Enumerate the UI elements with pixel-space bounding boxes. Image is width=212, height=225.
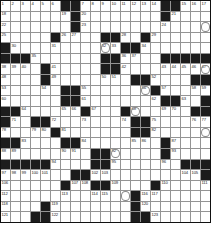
cell-r15-c7[interactable]: 90 — [61, 149, 70, 159]
cell-r3-c14[interactable] — [131, 22, 140, 32]
cell-r16-c8[interactable] — [71, 160, 80, 170]
cell-r3-c19[interactable] — [181, 22, 190, 32]
cell-r14-c3[interactable]: 83 — [21, 138, 30, 148]
cell-r20-c19[interactable] — [181, 202, 190, 212]
cell-r2-c4[interactable] — [31, 12, 40, 22]
cell-r11-c10[interactable]: 67 — [91, 107, 100, 117]
cell-r2-c20[interactable] — [191, 12, 200, 22]
cell-r21-c3[interactable] — [21, 212, 30, 222]
cell-r11-c3[interactable]: 64 — [21, 107, 30, 117]
cell-r12-c12[interactable] — [111, 117, 120, 127]
cell-r2-c2[interactable] — [11, 12, 20, 22]
cell-r2-c21[interactable] — [201, 12, 210, 22]
cell-r10-c11[interactable] — [101, 96, 110, 106]
cell-r16-c12[interactable]: 95 — [111, 160, 120, 170]
cell-r1-c13[interactable]: 11 — [121, 1, 130, 11]
cell-r6-c4[interactable]: 35 — [31, 54, 40, 64]
cell-r12-c19[interactable] — [181, 117, 190, 127]
cell-r14-c12[interactable] — [111, 138, 120, 148]
cell-r17-c6[interactable] — [51, 170, 60, 180]
cell-r3-c5[interactable] — [41, 22, 50, 32]
cell-r6-c16[interactable] — [151, 54, 160, 64]
cell-r17-c7[interactable] — [61, 170, 70, 180]
cell-r11-c7[interactable]: 65 — [61, 107, 70, 117]
cell-r5-c3[interactable] — [21, 43, 30, 53]
cell-r15-c2[interactable]: 89 — [11, 149, 20, 159]
cell-r14-c4[interactable] — [31, 138, 40, 148]
cell-r18-c19[interactable] — [181, 181, 190, 191]
cell-r10-c16[interactable]: 62 — [151, 96, 160, 106]
cell-r12-c21[interactable]: 77 — [201, 117, 210, 127]
cell-r1-c1[interactable]: 1 — [1, 1, 10, 11]
cell-r15-c5[interactable] — [41, 149, 50, 159]
cell-r13-c2[interactable] — [11, 128, 20, 138]
cell-r9-c21[interactable]: 59 — [201, 86, 210, 96]
cell-r8-c3[interactable] — [21, 75, 30, 85]
cell-r6-c6[interactable] — [51, 54, 60, 64]
cell-r13-c20[interactable] — [191, 128, 200, 138]
cell-r2-c18[interactable]: 21 — [171, 12, 180, 22]
cell-r20-c16[interactable] — [151, 202, 160, 212]
cell-r4-c10[interactable] — [91, 33, 100, 43]
cell-r7-c10[interactable] — [91, 64, 100, 74]
cell-r18-c15[interactable] — [141, 181, 150, 191]
cell-r8-c16[interactable]: 52 — [151, 75, 160, 85]
cell-r16-c16[interactable] — [151, 160, 160, 170]
cell-r7-c2[interactable]: 39 — [11, 64, 20, 74]
cell-r8-c1[interactable]: 48 — [1, 75, 10, 85]
cell-r4-c3[interactable] — [21, 33, 30, 43]
cell-r19-c2[interactable] — [11, 191, 20, 201]
cell-r9-c5[interactable]: 54 — [41, 86, 50, 96]
cell-r13-c4[interactable]: 79 — [31, 128, 40, 138]
circled-cell-r5-c11[interactable]: 32 — [101, 43, 110, 53]
cell-r15-c21[interactable] — [201, 149, 210, 159]
cell-r13-c5[interactable]: 80 — [41, 128, 50, 138]
cell-r20-c7[interactable] — [61, 202, 70, 212]
cell-r14-c18[interactable]: 87 — [171, 138, 180, 148]
cell-r17-c17[interactable] — [161, 170, 170, 180]
cell-r1-c20[interactable]: 16 — [191, 1, 200, 11]
cell-r10-c14[interactable] — [131, 96, 140, 106]
cell-r11-c5[interactable] — [41, 107, 50, 117]
cell-r14-c14[interactable]: 85 — [131, 138, 140, 148]
cell-r4-c13[interactable]: 28 — [121, 33, 130, 43]
cell-r10-c2[interactable] — [11, 96, 20, 106]
cell-r9-c13[interactable] — [121, 86, 130, 96]
cell-r15-c20[interactable] — [191, 149, 200, 159]
cell-r18-c13[interactable] — [121, 181, 130, 191]
cell-r12-c2[interactable]: 71 — [11, 117, 20, 127]
cell-r10-c6[interactable] — [51, 96, 60, 106]
cell-r1-c11[interactable]: 9 — [101, 1, 110, 11]
cell-r7-c3[interactable]: 40 — [21, 64, 30, 74]
cell-r3-c15[interactable] — [141, 22, 150, 32]
cell-r16-c15[interactable] — [141, 160, 150, 170]
cell-r3-c6[interactable] — [51, 22, 60, 32]
cell-r5-c21[interactable] — [201, 43, 210, 53]
cell-r21-c12[interactable] — [111, 212, 120, 222]
cell-r4-c2[interactable] — [11, 33, 20, 43]
cell-r12-c7[interactable] — [61, 117, 70, 127]
cell-r7-c15[interactable] — [141, 64, 150, 74]
cell-r4-c5[interactable] — [41, 33, 50, 43]
cell-r13-c17[interactable] — [161, 128, 170, 138]
cell-r9-c3[interactable] — [21, 86, 30, 96]
cell-r13-c12[interactable] — [111, 128, 120, 138]
cell-r9-c17[interactable]: 57 — [161, 86, 170, 96]
cell-r11-c18[interactable]: 70 — [171, 107, 180, 117]
cell-r2-c13[interactable] — [121, 12, 130, 22]
cell-r19-c12[interactable] — [111, 191, 120, 201]
cell-r21-c11[interactable] — [101, 212, 110, 222]
cell-r18-c20[interactable] — [191, 181, 200, 191]
cell-r5-c9[interactable] — [81, 43, 90, 53]
cell-r10-c19[interactable]: 63 — [181, 96, 190, 106]
cell-r11-c17[interactable]: 69 — [161, 107, 170, 117]
cell-r1-c9[interactable]: 7 — [81, 1, 90, 11]
cell-r8-c6[interactable]: 49 — [51, 75, 60, 85]
cell-r12-c9[interactable]: 73 — [81, 117, 90, 127]
cell-r6-c15[interactable] — [141, 54, 150, 64]
cell-r4-c14[interactable] — [131, 33, 140, 43]
cell-r16-c9[interactable] — [81, 160, 90, 170]
cell-r10-c3[interactable] — [21, 96, 30, 106]
cell-r15-c14[interactable] — [131, 149, 140, 159]
cell-r8-c11[interactable]: 50 — [101, 75, 110, 85]
cell-r9-c9[interactable]: 55 — [81, 86, 90, 96]
cell-r11-c8[interactable]: 66 — [71, 107, 80, 117]
circled-cell-r13-c21[interactable] — [201, 128, 210, 138]
cell-r7-c19[interactable]: 45 — [181, 64, 190, 74]
cell-r9-c14[interactable] — [131, 86, 140, 96]
cell-r13-c7[interactable]: 81 — [61, 128, 70, 138]
cell-r14-c10[interactable] — [91, 138, 100, 148]
cell-r8-c13[interactable] — [121, 75, 130, 85]
cell-r17-c2[interactable]: 98 — [11, 170, 20, 180]
cell-r18-c18[interactable] — [171, 181, 180, 191]
cell-r5-c16[interactable] — [151, 43, 160, 53]
cell-r14-c21[interactable] — [201, 138, 210, 148]
cell-r8-c2[interactable] — [11, 75, 20, 85]
cell-r13-c3[interactable] — [21, 128, 30, 138]
cell-r2-c11[interactable] — [101, 12, 110, 22]
cell-r17-c5[interactable]: 101 — [41, 170, 50, 180]
cell-r5-c12[interactable]: 33 — [111, 43, 120, 53]
cell-r2-c3[interactable] — [21, 12, 30, 22]
cell-r5-c4[interactable] — [31, 43, 40, 53]
cell-r13-c10[interactable] — [91, 128, 100, 138]
cell-r19-c7[interactable]: 113 — [61, 191, 70, 201]
cell-r1-c12[interactable]: 10 — [111, 1, 120, 11]
cell-r8-c8[interactable] — [71, 75, 80, 85]
cell-r4-c7[interactable]: 26 — [61, 33, 70, 43]
cell-r19-c16[interactable]: 117 — [151, 191, 160, 201]
cell-r17-c3[interactable]: 99 — [21, 170, 30, 180]
cell-r21-c16[interactable]: 123 — [151, 212, 160, 222]
cell-r7-c14[interactable] — [131, 64, 140, 74]
cell-r14-c16[interactable] — [151, 138, 160, 148]
cell-r21-c18[interactable] — [171, 212, 180, 222]
cell-r15-c18[interactable]: 93 — [171, 149, 180, 159]
cell-r18-c21[interactable]: 111 — [201, 181, 210, 191]
cell-r10-c13[interactable] — [121, 96, 130, 106]
cell-r3-c2[interactable] — [11, 22, 20, 32]
cell-r3-c10[interactable] — [91, 22, 100, 32]
cell-r20-c10[interactable] — [91, 202, 100, 212]
cell-r3-c16[interactable] — [151, 22, 160, 32]
cell-r2-c19[interactable] — [181, 12, 190, 22]
cell-r20-c1[interactable]: 118 — [1, 202, 10, 212]
cell-r11-c16[interactable] — [151, 107, 160, 117]
cell-r7-c1[interactable]: 38 — [1, 64, 10, 74]
cell-r17-c12[interactable] — [111, 170, 120, 180]
cell-r1-c5[interactable]: 5 — [41, 1, 50, 11]
cell-r5-c7[interactable] — [61, 43, 70, 53]
cell-r21-c17[interactable] — [161, 212, 170, 222]
cell-r15-c6[interactable] — [51, 149, 60, 159]
cell-r18-c2[interactable] — [11, 181, 20, 191]
cell-r13-c18[interactable] — [171, 128, 180, 138]
circled-cell-r9-c15[interactable]: 56 — [141, 86, 150, 96]
cell-r10-c12[interactable] — [111, 96, 120, 106]
cell-r19-c15[interactable]: 116 — [141, 191, 150, 201]
cell-r2-c14[interactable] — [131, 12, 140, 22]
cell-r15-c8[interactable]: 91 — [71, 149, 80, 159]
cell-r2-c9[interactable]: 20 — [81, 12, 90, 22]
cell-r12-c8[interactable] — [71, 117, 80, 127]
cell-r2-c1[interactable]: 18 — [1, 12, 10, 22]
cell-r10-c1[interactable]: 60 — [1, 96, 10, 106]
cell-r8-c19[interactable] — [181, 75, 190, 85]
cell-r9-c1[interactable]: 53 — [1, 86, 10, 96]
cell-r16-c6[interactable]: 94 — [51, 160, 60, 170]
cell-r12-c6[interactable]: 72 — [51, 117, 60, 127]
cell-r7-c9[interactable] — [81, 64, 90, 74]
cell-r2-c7[interactable]: 19 — [61, 12, 70, 22]
cell-r19-c11[interactable]: 115 — [101, 191, 110, 201]
cell-r14-c9[interactable]: 84 — [81, 138, 90, 148]
cell-r16-c7[interactable] — [61, 160, 70, 170]
cell-r8-c7[interactable] — [61, 75, 70, 85]
cell-r7-c8[interactable] — [71, 64, 80, 74]
cell-r18-c14[interactable] — [131, 181, 140, 191]
cell-r7-c6[interactable]: 41 — [51, 64, 60, 74]
cell-r20-c4[interactable] — [31, 202, 40, 212]
cell-r8-c4[interactable] — [31, 75, 40, 85]
cell-r8-c17[interactable] — [161, 75, 170, 85]
cell-r20-c6[interactable]: 119 — [51, 202, 60, 212]
cell-r17-c20[interactable]: 105 — [191, 170, 200, 180]
cell-r1-c6[interactable]: 6 — [51, 1, 60, 11]
cell-r18-c5[interactable] — [41, 181, 50, 191]
cell-r14-c6[interactable] — [51, 138, 60, 148]
cell-r5-c10[interactable] — [91, 43, 100, 53]
cell-r9-c19[interactable] — [181, 86, 190, 96]
cell-r17-c10[interactable]: 102 — [91, 170, 100, 180]
cell-r11-c4[interactable] — [31, 107, 40, 117]
cell-r21-c19[interactable] — [181, 212, 190, 222]
cell-r7-c18[interactable]: 44 — [171, 64, 180, 74]
cell-r8-c12[interactable]: 51 — [111, 75, 120, 85]
cell-r4-c19[interactable] — [181, 33, 190, 43]
cell-r9-c6[interactable] — [51, 86, 60, 96]
cell-r9-c18[interactable] — [171, 86, 180, 96]
cell-r19-c6[interactable] — [51, 191, 60, 201]
cell-r12-c3[interactable] — [21, 117, 30, 127]
cell-r19-c17[interactable] — [161, 191, 170, 201]
cell-r11-c6[interactable] — [51, 107, 60, 117]
cell-r11-c19[interactable] — [181, 107, 190, 117]
cell-r19-c4[interactable] — [31, 191, 40, 201]
cell-r7-c16[interactable] — [151, 64, 160, 74]
cell-r2-c15[interactable] — [141, 12, 150, 22]
cell-r12-c17[interactable] — [161, 117, 170, 127]
cell-r15-c15[interactable] — [141, 149, 150, 159]
cell-r3-c17[interactable]: 24 — [161, 22, 170, 32]
cell-r9-c10[interactable] — [91, 86, 100, 96]
cell-r14-c20[interactable] — [191, 138, 200, 148]
cell-r21-c9[interactable] — [81, 212, 90, 222]
cell-r14-c5[interactable] — [41, 138, 50, 148]
cell-r1-c21[interactable]: 17 — [201, 1, 210, 11]
cell-r21-c21[interactable] — [201, 212, 210, 222]
cell-r12-c11[interactable] — [101, 117, 110, 127]
cell-r19-c19[interactable] — [181, 191, 190, 201]
cell-r19-c9[interactable] — [81, 191, 90, 201]
cell-r10-c15[interactable] — [141, 96, 150, 106]
cell-r17-c14[interactable] — [131, 170, 140, 180]
cell-r5-c17[interactable] — [161, 43, 170, 53]
cell-r1-c2[interactable]: 2 — [11, 1, 20, 11]
cell-r10-c4[interactable] — [31, 96, 40, 106]
cell-r13-c1[interactable]: 78 — [1, 128, 10, 138]
cell-r11-c15[interactable] — [141, 107, 150, 117]
cell-r17-c4[interactable]: 100 — [31, 170, 40, 180]
cell-r8-c10[interactable] — [91, 75, 100, 85]
cell-r19-c1[interactable]: 112 — [1, 191, 10, 201]
circled-cell-r15-c12[interactable]: 92 — [111, 149, 120, 159]
cell-r6-c14[interactable]: 37 — [131, 54, 140, 64]
cell-r21-c20[interactable] — [191, 212, 200, 222]
cell-r16-c13[interactable] — [121, 160, 130, 170]
cell-r21-c8[interactable] — [71, 212, 80, 222]
cell-r4-c21[interactable] — [201, 33, 210, 43]
cell-r18-c9[interactable]: 108 — [81, 181, 90, 191]
cell-r12-c20[interactable]: 76 — [191, 117, 200, 127]
cell-r13-c11[interactable] — [101, 128, 110, 138]
cell-r21-c7[interactable] — [61, 212, 70, 222]
cell-r9-c2[interactable] — [11, 86, 20, 96]
cell-r6-c13[interactable]: 36 — [121, 54, 130, 64]
cell-r3-c13[interactable] — [121, 22, 130, 32]
cell-r18-c1[interactable]: 106 — [1, 181, 10, 191]
cell-r18-c12[interactable]: 109 — [111, 181, 120, 191]
cell-r7-c7[interactable] — [61, 64, 70, 74]
cell-r19-c10[interactable]: 114 — [91, 191, 100, 201]
cell-r4-c20[interactable] — [191, 33, 200, 43]
cell-r3-c4[interactable] — [31, 22, 40, 32]
cell-r15-c3[interactable] — [21, 149, 30, 159]
cell-r17-c19[interactable]: 104 — [181, 170, 190, 180]
cell-r20-c8[interactable] — [71, 202, 80, 212]
cell-r1-c10[interactable]: 8 — [91, 1, 100, 11]
cell-r16-c18[interactable] — [171, 160, 180, 170]
cell-r4-c17[interactable] — [161, 33, 170, 43]
cell-r15-c13[interactable] — [121, 149, 130, 159]
cell-r4-c9[interactable] — [81, 33, 90, 43]
cell-r13-c16[interactable]: 82 — [151, 128, 160, 138]
cell-r1-c15[interactable]: 13 — [141, 1, 150, 11]
cell-r6-c7[interactable] — [61, 54, 70, 64]
cell-r10-c10[interactable] — [91, 96, 100, 106]
cell-r10-c5[interactable] — [41, 96, 50, 106]
cell-r8-c9[interactable] — [81, 75, 90, 85]
cell-r19-c20[interactable] — [191, 191, 200, 201]
cell-r4-c16[interactable]: 29 — [151, 33, 160, 43]
cell-r5-c20[interactable] — [191, 43, 200, 53]
cell-r7-c13[interactable]: 42 — [121, 64, 130, 74]
cell-r5-c2[interactable]: 30 — [11, 43, 20, 53]
cell-r1-c4[interactable]: 4 — [31, 1, 40, 11]
cell-r14-c19[interactable] — [181, 138, 190, 148]
cell-r2-c16[interactable] — [151, 12, 160, 22]
cell-r11-c11[interactable] — [101, 107, 110, 117]
cell-r21-c13[interactable] — [121, 212, 130, 222]
cell-r20-c21[interactable] — [201, 202, 210, 212]
cell-r17-c1[interactable]: 97 — [1, 170, 10, 180]
cell-r17-c13[interactable] — [121, 170, 130, 180]
cell-r20-c17[interactable] — [161, 202, 170, 212]
cell-r20-c20[interactable] — [191, 202, 200, 212]
cell-r21-c10[interactable] — [91, 212, 100, 222]
cell-r17-c16[interactable] — [151, 170, 160, 180]
cell-r19-c21[interactable] — [201, 191, 210, 201]
cell-r13-c19[interactable] — [181, 128, 190, 138]
cell-r3-c7[interactable] — [61, 22, 70, 32]
cell-r16-c17[interactable]: 96 — [161, 160, 170, 170]
cell-r20-c2[interactable] — [11, 202, 20, 212]
cell-r14-c13[interactable] — [121, 138, 130, 148]
cell-r8-c18[interactable] — [171, 75, 180, 85]
cell-r21-c6[interactable]: 122 — [51, 212, 60, 222]
cell-r4-c1[interactable]: 25 — [1, 33, 10, 43]
cell-r1-c16[interactable]: 14 — [151, 1, 160, 11]
cell-r2-c10[interactable] — [91, 12, 100, 22]
cell-r4-c4[interactable] — [31, 33, 40, 43]
cell-r12-c10[interactable] — [91, 117, 100, 127]
cell-r19-c18[interactable] — [171, 191, 180, 201]
cell-r17-c11[interactable]: 103 — [101, 170, 110, 180]
cell-r20-c9[interactable] — [81, 202, 90, 212]
cell-r14-c15[interactable]: 86 — [141, 138, 150, 148]
cell-r18-c6[interactable] — [51, 181, 60, 191]
cell-r15-c16[interactable] — [151, 149, 160, 159]
cell-r6-c10[interactable] — [91, 54, 100, 64]
cell-r5-c8[interactable] — [71, 43, 80, 53]
cell-r7-c20[interactable]: 46 — [191, 64, 200, 74]
cell-r18-c17[interactable]: 110 — [161, 181, 170, 191]
cell-r15-c9[interactable] — [81, 149, 90, 159]
cell-r7-c4[interactable] — [31, 64, 40, 74]
cell-r9-c4[interactable] — [31, 86, 40, 96]
cell-r20-c3[interactable] — [21, 202, 30, 212]
cell-r4-c8[interactable]: 27 — [71, 33, 80, 43]
cell-r17-c15[interactable] — [141, 170, 150, 180]
cell-r1-c3[interactable]: 3 — [21, 1, 30, 11]
cell-r20-c13[interactable] — [121, 202, 130, 212]
cell-r5-c15[interactable]: 34 — [141, 43, 150, 53]
